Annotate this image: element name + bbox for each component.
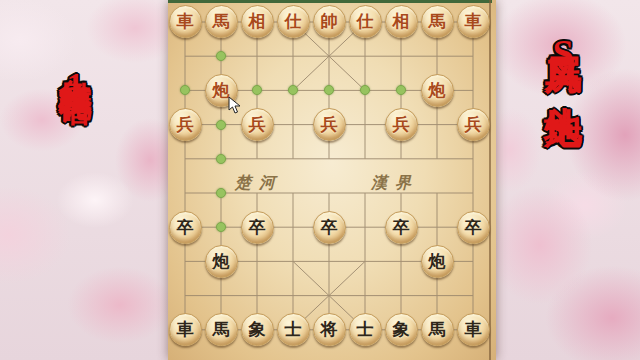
piece-black-elephant[interactable]: 象 [241, 313, 274, 346]
piece-red-elephant[interactable]: 相 [385, 5, 418, 38]
move-dot[interactable] [216, 154, 226, 164]
piece-black-soldier[interactable]: 卒 [313, 211, 346, 244]
move-dot[interactable] [396, 85, 406, 95]
piece-red-soldier[interactable]: 兵 [385, 108, 418, 141]
mouse-cursor-icon [228, 96, 241, 114]
piece-black-chariot[interactable]: 車 [457, 313, 490, 346]
right-title-banner: 屏风马S头地炮 [544, 26, 582, 82]
piece-black-horse[interactable]: 馬 [205, 313, 238, 346]
piece-black-chariot[interactable]: 車 [169, 313, 202, 346]
left-title-banner: 象棋梅花谱1 [58, 52, 91, 106]
piece-black-general[interactable]: 将 [313, 313, 346, 346]
piece-red-soldier[interactable]: 兵 [457, 108, 490, 141]
piece-red-horse[interactable]: 馬 [421, 5, 454, 38]
move-dot[interactable] [288, 85, 298, 95]
piece-red-advisor[interactable]: 仕 [349, 5, 382, 38]
move-dot[interactable] [216, 51, 226, 61]
piece-black-horse[interactable]: 馬 [421, 313, 454, 346]
piece-red-soldier[interactable]: 兵 [169, 108, 202, 141]
piece-red-general[interactable]: 帥 [313, 5, 346, 38]
piece-black-soldier[interactable]: 卒 [457, 211, 490, 244]
piece-black-cannon[interactable]: 炮 [421, 245, 454, 278]
move-dot[interactable] [216, 120, 226, 130]
app-window: 象棋梅花谱1 屏风马S头地炮 楚河 漢界 車馬相仕帥仕相馬車炮炮兵兵兵兵兵卒卒卒… [0, 0, 640, 360]
move-dot[interactable] [216, 188, 226, 198]
move-dot[interactable] [180, 85, 190, 95]
piece-black-elephant[interactable]: 象 [385, 313, 418, 346]
move-dot[interactable] [252, 85, 262, 95]
move-dot[interactable] [324, 85, 334, 95]
piece-red-chariot[interactable]: 車 [457, 5, 490, 38]
piece-red-cannon[interactable]: 炮 [421, 74, 454, 107]
piece-red-elephant[interactable]: 相 [241, 5, 274, 38]
board-top-edge [168, 0, 492, 3]
piece-black-advisor[interactable]: 士 [277, 313, 310, 346]
piece-black-soldier[interactable]: 卒 [241, 211, 274, 244]
piece-black-advisor[interactable]: 士 [349, 313, 382, 346]
piece-black-cannon[interactable]: 炮 [205, 245, 238, 278]
piece-red-soldier[interactable]: 兵 [313, 108, 346, 141]
move-dot[interactable] [360, 85, 370, 95]
piece-grid: 車馬相仕帥仕相馬車炮炮兵兵兵兵兵卒卒卒卒卒炮炮車馬象士将士象馬車 [167, 5, 491, 347]
piece-red-chariot[interactable]: 車 [169, 5, 202, 38]
piece-black-soldier[interactable]: 卒 [385, 211, 418, 244]
move-dot[interactable] [216, 222, 226, 232]
piece-red-horse[interactable]: 馬 [205, 5, 238, 38]
piece-red-soldier[interactable]: 兵 [241, 108, 274, 141]
piece-black-soldier[interactable]: 卒 [169, 211, 202, 244]
piece-red-advisor[interactable]: 仕 [277, 5, 310, 38]
xiangqi-board[interactable]: 楚河 漢界 車馬相仕帥仕相馬車炮炮兵兵兵兵兵卒卒卒卒卒炮炮車馬象士将士象馬車 [168, 0, 496, 360]
